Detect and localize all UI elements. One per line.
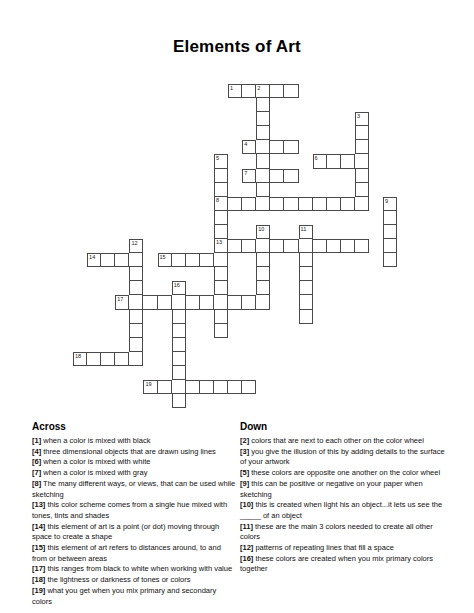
void-cell	[158, 140, 172, 154]
grid-cell[interactable]	[242, 197, 256, 211]
grid-cell[interactable]	[214, 295, 228, 309]
void-cell	[355, 281, 369, 295]
void-cell	[369, 281, 383, 295]
grid-cell[interactable]	[256, 253, 270, 267]
void-cell	[327, 211, 341, 225]
void-cell	[327, 281, 341, 295]
grid-cell[interactable]	[256, 239, 270, 253]
grid-cell[interactable]	[172, 394, 186, 408]
void-cell	[313, 183, 327, 197]
grid-cell[interactable]	[355, 197, 369, 211]
across-header: Across	[32, 421, 236, 433]
void-cell	[228, 98, 242, 112]
void-cell	[242, 366, 256, 380]
void-cell	[313, 225, 327, 239]
grid-cell[interactable]	[186, 380, 200, 394]
void-cell	[101, 183, 115, 197]
void-cell	[313, 380, 327, 394]
grid-cell[interactable]: 12	[129, 239, 143, 253]
void-cell	[115, 154, 129, 168]
grid-cell[interactable]	[299, 253, 313, 267]
void-cell	[284, 324, 298, 338]
void-cell	[158, 324, 172, 338]
void-cell	[115, 394, 129, 408]
grid-cell[interactable]: 5	[214, 154, 228, 168]
down-header: Down	[240, 421, 453, 433]
void-cell	[200, 154, 214, 168]
void-cell	[369, 352, 383, 366]
void-cell	[87, 126, 101, 140]
grid-cell[interactable]	[242, 239, 256, 253]
grid-cell[interactable]: 11	[299, 225, 313, 239]
void-cell	[341, 394, 355, 408]
void-cell	[242, 281, 256, 295]
void-cell	[115, 197, 129, 211]
void-cell	[87, 183, 101, 197]
void-cell	[73, 126, 87, 140]
grid-cell[interactable]	[172, 338, 186, 352]
clue-item: [2] colors that are next to each other o…	[240, 436, 453, 447]
clue-number: 5	[216, 155, 219, 161]
void-cell	[129, 197, 143, 211]
grid-cell[interactable]	[200, 380, 214, 394]
void-cell	[87, 324, 101, 338]
grid-cell[interactable]	[172, 324, 186, 338]
void-cell	[200, 267, 214, 281]
grid-cell[interactable]	[284, 140, 298, 154]
void-cell	[158, 366, 172, 380]
clue-number: 6	[315, 155, 318, 161]
void-cell	[242, 352, 256, 366]
grid-cell[interactable]	[299, 295, 313, 309]
clue-number: 17	[117, 296, 123, 302]
void-cell	[284, 310, 298, 324]
void-cell	[383, 295, 397, 309]
grid-cell[interactable]	[101, 352, 115, 366]
void-cell	[341, 169, 355, 183]
grid-cell[interactable]	[355, 140, 369, 154]
grid-cell[interactable]	[256, 183, 270, 197]
void-cell	[158, 267, 172, 281]
void-cell	[115, 98, 129, 112]
void-cell	[327, 324, 341, 338]
void-cell	[327, 267, 341, 281]
grid-cell[interactable]	[172, 352, 186, 366]
void-cell	[172, 211, 186, 225]
void-cell	[143, 366, 157, 380]
void-cell	[355, 253, 369, 267]
grid-cell[interactable]	[313, 197, 327, 211]
void-cell	[299, 169, 313, 183]
grid-cell[interactable]	[256, 126, 270, 140]
void-cell	[355, 310, 369, 324]
void-cell	[355, 267, 369, 281]
void-cell	[73, 183, 87, 197]
void-cell	[158, 197, 172, 211]
void-cell	[383, 126, 397, 140]
void-cell	[313, 310, 327, 324]
grid-cell[interactable]	[129, 267, 143, 281]
grid-cell[interactable]: 6	[313, 154, 327, 168]
void-cell	[270, 211, 284, 225]
void-cell	[143, 183, 157, 197]
grid-cell[interactable]: 10	[256, 225, 270, 239]
void-cell	[228, 253, 242, 267]
grid-cell[interactable]	[158, 380, 172, 394]
void-cell	[143, 225, 157, 239]
grid-cell[interactable]	[256, 98, 270, 112]
grid-cell[interactable]: 2	[256, 84, 270, 98]
void-cell	[256, 366, 270, 380]
void-cell	[369, 98, 383, 112]
void-cell	[73, 295, 87, 309]
grid-cell[interactable]	[228, 295, 242, 309]
void-cell	[299, 112, 313, 126]
grid-cell[interactable]	[284, 239, 298, 253]
grid-cell[interactable]	[214, 380, 228, 394]
void-cell	[186, 140, 200, 154]
grid-cell[interactable]	[172, 380, 186, 394]
void-cell	[327, 394, 341, 408]
grid-cell[interactable]	[186, 295, 200, 309]
grid-cell[interactable]	[172, 253, 186, 267]
void-cell	[101, 84, 115, 98]
grid-cell[interactable]	[172, 366, 186, 380]
void-cell	[200, 84, 214, 98]
clue-item: [7] when a color is mixed with gray	[32, 468, 236, 479]
void-cell	[228, 324, 242, 338]
void-cell	[143, 281, 157, 295]
grid-cell[interactable]	[129, 324, 143, 338]
clue-item: [9] this can be positive or negative on …	[240, 479, 453, 500]
grid-cell[interactable]	[129, 295, 143, 309]
grid-cell[interactable]	[101, 253, 115, 267]
void-cell	[87, 366, 101, 380]
void-cell	[284, 211, 298, 225]
grid-cell[interactable]	[284, 169, 298, 183]
grid-cell[interactable]	[383, 253, 397, 267]
grid-cell[interactable]	[355, 169, 369, 183]
clue-item-number: [10]	[240, 500, 253, 509]
void-cell	[101, 225, 115, 239]
grid-cell[interactable]	[313, 239, 327, 253]
void-cell	[101, 140, 115, 154]
grid-cell[interactable]	[242, 84, 256, 98]
void-cell	[129, 126, 143, 140]
void-cell	[369, 366, 383, 380]
void-cell	[383, 310, 397, 324]
grid-cell[interactable]	[270, 197, 284, 211]
grid-cell[interactable]	[214, 267, 228, 281]
grid-cell[interactable]	[214, 253, 228, 267]
void-cell	[158, 394, 172, 408]
grid-cell[interactable]: 1	[228, 84, 242, 98]
void-cell	[158, 126, 172, 140]
void-cell	[101, 197, 115, 211]
grid-cell[interactable]	[186, 253, 200, 267]
void-cell	[327, 183, 341, 197]
void-cell	[327, 366, 341, 380]
void-cell	[355, 295, 369, 309]
grid-cell[interactable]	[299, 197, 313, 211]
grid-cell[interactable]	[214, 310, 228, 324]
grid-cell[interactable]	[256, 197, 270, 211]
void-cell	[256, 324, 270, 338]
grid-cell[interactable]	[341, 197, 355, 211]
grid-cell[interactable]	[383, 225, 397, 239]
clue-number: 9	[385, 198, 388, 204]
void-cell	[284, 380, 298, 394]
void-cell	[327, 98, 341, 112]
void-cell	[327, 380, 341, 394]
crossword-page: Elements of Art 123456789101112131415161…	[0, 0, 474, 613]
grid-cell[interactable]	[341, 154, 355, 168]
void-cell	[186, 112, 200, 126]
grid-cell[interactable]: 13	[214, 239, 228, 253]
void-cell	[73, 140, 87, 154]
down-section: Down [2] colors that are next to each ot…	[240, 421, 453, 575]
void-cell	[284, 126, 298, 140]
grid-cell[interactable]	[256, 281, 270, 295]
clue-number: 19	[145, 381, 151, 387]
down-clue-list: [2] colors that are next to each other o…	[240, 436, 453, 575]
grid-cell[interactable]	[172, 310, 186, 324]
void-cell	[186, 366, 200, 380]
grid-cell[interactable]	[214, 225, 228, 239]
grid-cell[interactable]	[214, 324, 228, 338]
clue-item: [5] these colors are opposite one anothe…	[240, 468, 453, 479]
void-cell	[341, 352, 355, 366]
clue-number: 10	[258, 226, 264, 232]
grid-cell[interactable]	[256, 169, 270, 183]
grid-cell[interactable]	[355, 154, 369, 168]
void-cell	[369, 394, 383, 408]
void-cell	[228, 112, 242, 126]
void-cell	[256, 352, 270, 366]
clue-number: 8	[216, 197, 219, 203]
grid-cell[interactable]	[355, 239, 369, 253]
void-cell	[158, 239, 172, 253]
grid-cell[interactable]	[256, 267, 270, 281]
grid-cell[interactable]	[299, 310, 313, 324]
void-cell	[115, 267, 129, 281]
void-cell	[369, 140, 383, 154]
void-cell	[228, 140, 242, 154]
clue-number: 1	[230, 85, 233, 91]
void-cell	[87, 98, 101, 112]
void-cell	[158, 169, 172, 183]
void-cell	[200, 183, 214, 197]
grid-cell[interactable]	[270, 239, 284, 253]
void-cell	[158, 183, 172, 197]
grid-cell[interactable]	[228, 239, 242, 253]
grid-cell[interactable]	[214, 183, 228, 197]
grid-cell[interactable]	[214, 211, 228, 225]
grid-cell[interactable]	[129, 310, 143, 324]
void-cell	[101, 281, 115, 295]
void-cell	[284, 338, 298, 352]
grid-cell[interactable]	[256, 112, 270, 126]
clue-item-number: [6]	[32, 457, 41, 466]
grid-cell[interactable]	[299, 239, 313, 253]
void-cell	[115, 112, 129, 126]
void-cell	[101, 380, 115, 394]
void-cell	[256, 310, 270, 324]
grid-cell[interactable]: 3	[355, 112, 369, 126]
void-cell	[228, 169, 242, 183]
void-cell	[73, 324, 87, 338]
grid-cell[interactable]	[115, 253, 129, 267]
grid-cell[interactable]: 7	[242, 169, 256, 183]
void-cell	[200, 126, 214, 140]
void-cell	[355, 225, 369, 239]
grid-cell[interactable]	[214, 281, 228, 295]
clue-item-number: [5]	[240, 468, 249, 477]
grid-cell[interactable]	[355, 126, 369, 140]
grid-cell[interactable]: 19	[143, 380, 157, 394]
page-title: Elements of Art	[0, 37, 474, 57]
grid-cell[interactable]	[228, 380, 242, 394]
grid-cell[interactable]: 9	[383, 197, 397, 211]
grid-cell[interactable]	[200, 295, 214, 309]
void-cell	[158, 112, 172, 126]
void-cell	[299, 324, 313, 338]
void-cell	[383, 338, 397, 352]
void-cell	[200, 140, 214, 154]
void-cell	[270, 183, 284, 197]
grid-cell[interactable]	[270, 84, 284, 98]
clue-item-number: [4]	[32, 447, 41, 456]
grid-cell[interactable]	[341, 239, 355, 253]
void-cell	[158, 84, 172, 98]
grid-cell[interactable]	[200, 253, 214, 267]
grid-cell[interactable]	[256, 295, 270, 309]
void-cell	[143, 253, 157, 267]
void-cell	[327, 253, 341, 267]
grid-cell[interactable]	[256, 140, 270, 154]
grid-cell[interactable]	[256, 154, 270, 168]
void-cell	[313, 295, 327, 309]
grid-cell[interactable]	[172, 295, 186, 309]
grid-cell[interactable]	[129, 338, 143, 352]
void-cell	[200, 281, 214, 295]
grid-cell[interactable]	[270, 140, 284, 154]
void-cell	[172, 183, 186, 197]
void-cell	[313, 98, 327, 112]
void-cell	[369, 338, 383, 352]
void-cell	[101, 310, 115, 324]
void-cell	[172, 140, 186, 154]
void-cell	[327, 140, 341, 154]
grid-cell[interactable]	[129, 352, 143, 366]
grid-cell[interactable]	[143, 295, 157, 309]
grid-cell[interactable]	[383, 211, 397, 225]
grid-cell[interactable]	[327, 154, 341, 168]
grid-cell[interactable]	[242, 380, 256, 394]
grid-cell[interactable]	[383, 239, 397, 253]
void-cell	[242, 126, 256, 140]
void-cell	[143, 154, 157, 168]
void-cell	[327, 169, 341, 183]
grid-cell[interactable]	[299, 267, 313, 281]
void-cell	[355, 84, 369, 98]
grid-cell[interactable]	[284, 197, 298, 211]
grid-cell[interactable]	[355, 183, 369, 197]
grid-cell[interactable]	[299, 281, 313, 295]
void-cell	[129, 211, 143, 225]
grid-cell[interactable]: 4	[242, 140, 256, 154]
void-cell	[242, 211, 256, 225]
void-cell	[341, 253, 355, 267]
clue-item-number: [8]	[32, 479, 41, 488]
void-cell	[214, 98, 228, 112]
void-cell	[214, 84, 228, 98]
void-cell	[313, 352, 327, 366]
clue-item-number: [18]	[32, 575, 45, 584]
grid-cell[interactable]	[327, 239, 341, 253]
void-cell	[284, 366, 298, 380]
void-cell	[158, 98, 172, 112]
void-cell	[143, 352, 157, 366]
void-cell	[383, 140, 397, 154]
grid-cell[interactable]	[214, 169, 228, 183]
grid-cell[interactable]	[228, 197, 242, 211]
grid-cell[interactable]: 17	[115, 295, 129, 309]
void-cell	[115, 84, 129, 98]
grid-cell[interactable]	[327, 197, 341, 211]
grid-cell[interactable]	[129, 253, 143, 267]
grid-cell[interactable]	[270, 169, 284, 183]
void-cell	[355, 394, 369, 408]
void-cell	[369, 197, 383, 211]
clue-item: [16] these colors are created when you m…	[240, 554, 453, 575]
void-cell	[313, 394, 327, 408]
grid-cell[interactable]	[129, 281, 143, 295]
grid-cell[interactable]: 8	[214, 197, 228, 211]
grid-cell[interactable]	[284, 84, 298, 98]
void-cell	[172, 154, 186, 168]
clue-item-number: [2]	[240, 436, 249, 445]
void-cell	[313, 84, 327, 98]
void-cell	[143, 169, 157, 183]
void-cell	[115, 225, 129, 239]
grid-cell[interactable]: 15	[158, 253, 172, 267]
clue-number: 18	[75, 353, 81, 359]
void-cell	[186, 310, 200, 324]
grid-cell[interactable]: 18	[73, 352, 87, 366]
void-cell	[299, 394, 313, 408]
void-cell	[341, 295, 355, 309]
void-cell	[129, 183, 143, 197]
void-cell	[355, 352, 369, 366]
void-cell	[284, 253, 298, 267]
void-cell	[200, 366, 214, 380]
void-cell	[313, 211, 327, 225]
grid-cell[interactable]: 16	[172, 281, 186, 295]
void-cell	[186, 239, 200, 253]
void-cell	[327, 126, 341, 140]
grid-cell[interactable]	[87, 352, 101, 366]
void-cell	[228, 281, 242, 295]
void-cell	[341, 225, 355, 239]
void-cell	[200, 338, 214, 352]
grid-cell[interactable]: 14	[87, 253, 101, 267]
grid-cell[interactable]	[158, 295, 172, 309]
void-cell	[327, 225, 341, 239]
grid-cell[interactable]	[115, 352, 129, 366]
clue-number: 16	[174, 282, 180, 288]
grid-cell[interactable]	[242, 295, 256, 309]
